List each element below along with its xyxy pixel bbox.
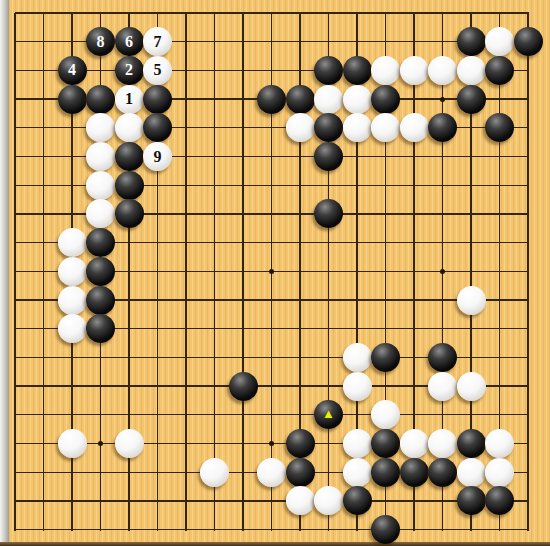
move-number: 5 [154, 62, 162, 78]
white-stone[interactable] [428, 372, 457, 401]
grid-vline [527, 13, 528, 531]
black-stone[interactable] [86, 314, 115, 343]
black-stone[interactable] [371, 458, 400, 487]
board-bottom-edge [0, 542, 550, 546]
black-stone[interactable] [371, 515, 400, 544]
black-stone[interactable] [286, 85, 315, 114]
white-stone[interactable] [200, 458, 229, 487]
black-stone[interactable]: 2 [115, 56, 144, 85]
black-stone[interactable] [86, 286, 115, 315]
black-stone[interactable] [343, 486, 372, 515]
black-stone[interactable] [286, 429, 315, 458]
triangle-mark-icon: ▲ [322, 407, 335, 420]
white-stone[interactable] [457, 286, 486, 315]
grid-vline [43, 13, 44, 531]
black-stone[interactable] [457, 486, 486, 515]
white-stone[interactable] [400, 113, 429, 142]
white-stone[interactable] [257, 458, 286, 487]
white-stone[interactable] [343, 458, 372, 487]
white-stone[interactable] [58, 429, 87, 458]
move-number: 6 [125, 34, 133, 50]
grid-vline [242, 13, 243, 531]
move-number: 8 [97, 34, 105, 50]
white-stone[interactable] [371, 113, 400, 142]
move-number: 4 [68, 62, 76, 78]
white-stone[interactable] [343, 343, 372, 372]
grid-hline [15, 12, 529, 13]
white-stone[interactable] [371, 400, 400, 429]
grid-vline [14, 13, 15, 531]
black-stone[interactable] [86, 257, 115, 286]
black-stone[interactable] [229, 372, 258, 401]
black-stone[interactable] [143, 113, 172, 142]
black-stone[interactable] [143, 85, 172, 114]
black-stone[interactable] [400, 458, 429, 487]
black-stone[interactable] [485, 113, 514, 142]
white-stone[interactable] [457, 56, 486, 85]
black-stone[interactable] [457, 429, 486, 458]
grid-hline [15, 414, 529, 415]
white-stone[interactable] [343, 372, 372, 401]
white-stone[interactable] [58, 257, 87, 286]
white-stone[interactable] [86, 199, 115, 228]
black-stone[interactable] [314, 113, 343, 142]
white-stone[interactable] [58, 314, 87, 343]
grid-hline [15, 500, 529, 501]
move-number: 1 [125, 91, 133, 107]
white-stone[interactable] [485, 27, 514, 56]
black-stone[interactable] [314, 199, 343, 228]
white-stone[interactable] [428, 56, 457, 85]
white-stone[interactable]: 9 [143, 142, 172, 171]
go-board[interactable]: 86742519▲ [0, 0, 550, 546]
black-stone[interactable] [343, 56, 372, 85]
move-number: 9 [154, 149, 162, 165]
star-point [440, 97, 445, 102]
white-stone[interactable] [485, 458, 514, 487]
black-stone[interactable] [457, 27, 486, 56]
white-stone[interactable] [115, 429, 144, 458]
black-stone[interactable] [58, 85, 87, 114]
white-stone[interactable] [457, 458, 486, 487]
white-stone[interactable] [286, 113, 315, 142]
white-stone[interactable]: 5 [143, 56, 172, 85]
black-stone[interactable] [428, 458, 457, 487]
black-stone[interactable] [86, 85, 115, 114]
black-stone[interactable]: 4 [58, 56, 87, 85]
black-stone[interactable] [371, 343, 400, 372]
white-stone[interactable] [58, 228, 87, 257]
black-stone[interactable] [115, 171, 144, 200]
black-stone[interactable] [115, 199, 144, 228]
grid-vline [214, 13, 215, 531]
black-stone[interactable] [115, 142, 144, 171]
white-stone[interactable] [115, 113, 144, 142]
black-stone[interactable] [314, 56, 343, 85]
white-stone[interactable] [343, 85, 372, 114]
white-stone[interactable] [314, 85, 343, 114]
white-stone[interactable] [428, 429, 457, 458]
black-stone[interactable] [428, 343, 457, 372]
white-stone[interactable] [58, 286, 87, 315]
star-point [269, 269, 274, 274]
white-stone[interactable] [485, 429, 514, 458]
white-stone[interactable] [400, 56, 429, 85]
black-stone[interactable]: 8 [86, 27, 115, 56]
white-stone[interactable] [371, 56, 400, 85]
black-stone[interactable] [514, 27, 543, 56]
black-stone[interactable] [428, 113, 457, 142]
white-stone[interactable] [314, 486, 343, 515]
star-point [440, 269, 445, 274]
grid-vline [185, 13, 186, 531]
white-stone[interactable]: 7 [143, 27, 172, 56]
black-stone[interactable] [485, 56, 514, 85]
black-stone[interactable] [286, 458, 315, 487]
black-stone[interactable]: 6 [115, 27, 144, 56]
black-stone[interactable] [257, 85, 286, 114]
move-number: 7 [154, 34, 162, 50]
white-stone[interactable] [343, 429, 372, 458]
white-stone[interactable] [286, 486, 315, 515]
white-stone[interactable] [457, 372, 486, 401]
white-stone[interactable] [86, 171, 115, 200]
white-stone[interactable] [400, 429, 429, 458]
black-stone[interactable] [371, 85, 400, 114]
black-stone[interactable] [314, 142, 343, 171]
board-left-edge [0, 0, 9, 546]
star-point [98, 441, 103, 446]
star-point [269, 441, 274, 446]
white-stone[interactable]: 1 [115, 85, 144, 114]
white-stone[interactable] [86, 142, 115, 171]
black-stone[interactable] [485, 486, 514, 515]
black-stone[interactable] [457, 85, 486, 114]
white-stone[interactable] [343, 113, 372, 142]
grid-hline [15, 529, 529, 530]
white-stone[interactable] [86, 113, 115, 142]
black-stone[interactable] [371, 429, 400, 458]
move-number: 2 [125, 62, 133, 78]
black-stone[interactable] [86, 228, 115, 257]
black-stone[interactable]: ▲ [314, 400, 343, 429]
